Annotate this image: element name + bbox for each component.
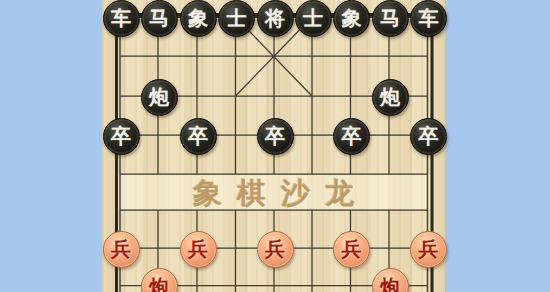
piece-label: 炮 [149, 87, 169, 107]
piece-black-advisor[interactable]: 士 [295, 0, 332, 37]
piece-red-soldier[interactable]: 兵 [180, 231, 217, 268]
piece-black-soldier[interactable]: 卒 [103, 118, 140, 155]
piece-label: 象 [342, 8, 362, 28]
piece-black-chariot[interactable]: 车 [410, 0, 447, 37]
piece-label: 将 [265, 8, 285, 28]
piece-red-soldier[interactable]: 兵 [103, 231, 140, 268]
xiangqi-game-screen: 象棋沙龙 车马象士将士象马车炮炮卒卒卒卒卒兵兵兵兵兵炮炮 [0, 0, 550, 292]
piece-label: 车 [419, 8, 439, 28]
piece-black-chariot[interactable]: 车 [103, 0, 140, 37]
piece-label: 兵 [419, 239, 439, 259]
piece-label: 卒 [188, 126, 208, 146]
piece-black-advisor[interactable]: 士 [218, 0, 255, 37]
piece-label: 车 [111, 8, 131, 28]
piece-black-elephant[interactable]: 象 [180, 0, 217, 37]
piece-label: 士 [303, 8, 323, 28]
piece-black-soldier[interactable]: 卒 [180, 118, 217, 155]
piece-label: 兵 [265, 239, 285, 259]
piece-black-cannon[interactable]: 炮 [372, 79, 409, 116]
piece-red-soldier[interactable]: 兵 [333, 231, 370, 268]
piece-black-elephant[interactable]: 象 [333, 0, 370, 37]
piece-label: 卒 [419, 126, 439, 146]
piece-label: 炮 [149, 277, 169, 292]
piece-label: 兵 [342, 239, 362, 259]
piece-label: 炮 [380, 277, 400, 292]
piece-black-cannon[interactable]: 炮 [141, 79, 178, 116]
piece-black-soldier[interactable]: 卒 [257, 118, 294, 155]
piece-label: 兵 [111, 239, 131, 259]
piece-label: 马 [380, 8, 400, 28]
piece-black-horse[interactable]: 马 [372, 0, 409, 37]
piece-label: 兵 [188, 239, 208, 259]
piece-label: 卒 [342, 126, 362, 146]
river-watermark-text: 象棋沙龙 [102, 176, 445, 210]
piece-red-soldier[interactable]: 兵 [257, 231, 294, 268]
piece-label: 卒 [111, 126, 131, 146]
piece-black-horse[interactable]: 马 [141, 0, 178, 37]
piece-label: 炮 [380, 87, 400, 107]
piece-black-general[interactable]: 将 [257, 0, 294, 37]
piece-black-soldier[interactable]: 卒 [333, 118, 370, 155]
piece-label: 士 [227, 8, 247, 28]
piece-label: 象 [188, 8, 208, 28]
piece-red-soldier[interactable]: 兵 [410, 231, 447, 268]
piece-label: 马 [149, 8, 169, 28]
piece-black-soldier[interactable]: 卒 [410, 118, 447, 155]
piece-label: 卒 [265, 126, 285, 146]
